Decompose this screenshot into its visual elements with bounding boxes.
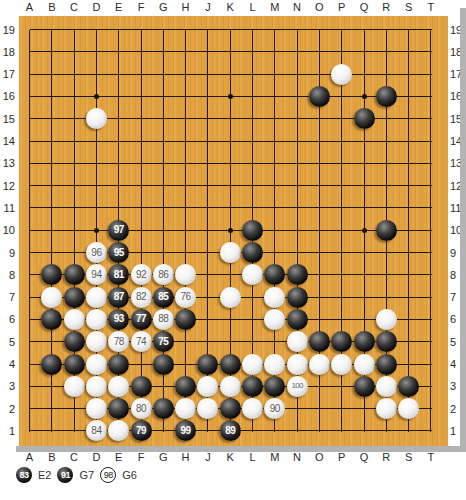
coord-label-row-1: 1 [0, 425, 15, 437]
coord-label-col-J: J [198, 1, 218, 13]
black-stone-E7: 87 [108, 287, 129, 308]
white-stone-N5 [287, 331, 308, 352]
move-number: 93 [114, 314, 124, 324]
coord-label-col-K: K [220, 1, 240, 13]
white-stone-C3 [64, 376, 85, 397]
black-stone-H3 [175, 376, 196, 397]
black-stone-K4 [220, 354, 241, 375]
move-number: 79 [136, 426, 146, 436]
coord-label-row-8: 8 [0, 269, 15, 281]
coord-label-row-5: 5 [0, 336, 15, 348]
footer-move-91-stone: 91 [57, 467, 73, 483]
move-number: 78 [114, 337, 124, 347]
coord-label-row-7: 7 [0, 291, 15, 303]
move-number: 77 [136, 314, 146, 324]
grid-line-vertical [141, 30, 142, 432]
move-number: 84 [91, 426, 101, 436]
black-stone-E6: 93 [108, 309, 129, 330]
white-stone-M7 [264, 287, 285, 308]
move-number: 75 [158, 337, 168, 347]
coord-label-col-J: J [198, 451, 218, 463]
coord-label-col-S: S [399, 1, 419, 13]
grid-line-horizontal [30, 185, 432, 186]
white-stone-C6 [64, 309, 85, 330]
white-stone-P4 [331, 354, 352, 375]
move-number: 100 [291, 382, 302, 390]
black-stone-R5 [376, 331, 397, 352]
coord-label-col-N: N [287, 451, 307, 463]
black-stone-B4 [41, 354, 62, 375]
coord-label-row-12: 12 [0, 180, 15, 192]
go-diagram-window: 9796959481928687828576937788787475100809… [0, 0, 466, 500]
black-stone-L10 [242, 220, 263, 241]
black-stone-E4 [108, 354, 129, 375]
move-number: 94 [91, 270, 101, 280]
coord-label-col-T: T [421, 1, 441, 13]
white-stone-D2 [86, 398, 107, 419]
hoshi-dot-Q10 [362, 228, 367, 233]
white-stone-D4 [86, 354, 107, 375]
white-stone-R2 [376, 398, 397, 419]
white-stone-K7 [220, 287, 241, 308]
coord-label-col-C: C [64, 1, 84, 13]
black-stone-L9 [242, 242, 263, 263]
black-stone-G2 [153, 398, 174, 419]
white-stone-D5 [86, 331, 107, 352]
coord-label-col-P: P [332, 451, 352, 463]
black-stone-R4 [376, 354, 397, 375]
black-stone-G4 [153, 354, 174, 375]
coord-label-col-T: T [421, 451, 441, 463]
move-number: 88 [158, 314, 168, 324]
coord-label-col-E: E [109, 451, 129, 463]
move-number: 92 [136, 270, 146, 280]
coord-label-col-D: D [86, 1, 106, 13]
footer-move-91-point: G7 [79, 469, 94, 481]
move-number: 86 [158, 270, 168, 280]
black-stone-M3 [264, 376, 285, 397]
coord-label-col-B: B [42, 451, 62, 463]
black-stone-C7 [64, 287, 85, 308]
black-stone-R16 [376, 86, 397, 107]
white-stone-F2: 80 [131, 398, 152, 419]
move-number: 89 [225, 426, 235, 436]
coord-label-col-S: S [399, 451, 419, 463]
black-stone-N7 [287, 287, 308, 308]
move-number: 82 [136, 292, 146, 302]
coord-label-col-G: G [153, 451, 173, 463]
white-stone-D15 [86, 108, 107, 129]
white-stone-M4 [264, 354, 285, 375]
white-stone-E3 [108, 376, 129, 397]
move-number: 95 [114, 248, 124, 258]
black-stone-C4 [64, 354, 85, 375]
footer-move-83-point: E2 [38, 469, 51, 481]
white-stone-D3 [86, 376, 107, 397]
grid-line-vertical [430, 30, 431, 432]
hoshi-dot-K10 [228, 228, 233, 233]
coord-label-row-2: 2 [0, 403, 15, 415]
coord-label-row-3: 3 [0, 380, 15, 392]
white-stone-B7 [41, 287, 62, 308]
white-stone-N3: 100 [287, 376, 308, 397]
coord-label-col-L: L [243, 451, 263, 463]
black-stone-O16 [309, 86, 330, 107]
white-stone-L2 [242, 398, 263, 419]
white-stone-F7: 82 [131, 287, 152, 308]
grid-line-vertical [185, 30, 186, 432]
white-stone-L4 [242, 354, 263, 375]
coord-label-row-9: 9 [0, 247, 15, 259]
coord-label-col-A: A [20, 451, 40, 463]
hoshi-dot-Q16 [362, 94, 367, 99]
coord-label-col-H: H [176, 1, 196, 13]
black-stone-N8 [287, 264, 308, 285]
black-stone-R10 [376, 220, 397, 241]
hoshi-dot-D16 [94, 94, 99, 99]
black-stone-C5 [64, 331, 85, 352]
coord-label-col-F: F [131, 451, 151, 463]
grid-line-horizontal [30, 163, 432, 164]
coord-label-col-R: R [376, 451, 396, 463]
white-stone-R3 [376, 376, 397, 397]
black-stone-F3 [131, 376, 152, 397]
black-stone-N6 [287, 309, 308, 330]
coord-label-col-F: F [131, 1, 151, 13]
coord-label-row-17: 17 [0, 68, 15, 80]
white-stone-Q4 [354, 354, 375, 375]
coord-label-col-K: K [220, 451, 240, 463]
coord-label-col-B: B [42, 1, 62, 13]
black-stone-Q5 [354, 331, 375, 352]
coord-label-col-D: D [86, 451, 106, 463]
coord-label-col-Q: Q [354, 1, 374, 13]
coord-label-col-G: G [153, 1, 173, 13]
coord-label-col-O: O [309, 1, 329, 13]
move-number: 81 [114, 270, 124, 280]
coord-label-row-6: 6 [0, 313, 15, 325]
coord-label-col-L: L [243, 1, 263, 13]
black-stone-J4 [197, 354, 218, 375]
coord-label-col-C: C [64, 451, 84, 463]
coord-label-col-N: N [287, 1, 307, 13]
black-stone-E10: 97 [108, 220, 129, 241]
grid-line-vertical [29, 30, 30, 432]
coord-label-row-18: 18 [0, 46, 15, 58]
coord-label-col-H: H [176, 451, 196, 463]
coord-label-col-M: M [265, 1, 285, 13]
move-number: 85 [158, 292, 168, 302]
coord-label-col-O: O [309, 451, 329, 463]
black-stone-C8 [64, 264, 85, 285]
move-number: 87 [114, 292, 124, 302]
white-stone-D7 [86, 287, 107, 308]
footer-move-98-stone: 98 [100, 467, 116, 483]
coord-label-row-15: 15 [0, 113, 15, 125]
grid-line-horizontal [30, 207, 432, 208]
white-stone-O4 [309, 354, 330, 375]
grid-line-horizontal [30, 141, 432, 142]
move-number: 76 [181, 292, 191, 302]
coord-label-row-14: 14 [0, 135, 15, 147]
white-stone-K9 [220, 242, 241, 263]
black-stone-Q15 [354, 108, 375, 129]
coord-label-col-Q: Q [354, 451, 374, 463]
coord-label-row-11: 11 [0, 202, 15, 214]
hoshi-dot-D10 [94, 228, 99, 233]
move-number: 74 [136, 337, 146, 347]
white-stone-D9: 96 [86, 242, 107, 263]
black-stone-K2 [220, 398, 241, 419]
coord-label-col-M: M [265, 451, 285, 463]
move-number: 90 [270, 404, 280, 414]
footer-move-83-stone: 83 [16, 467, 32, 483]
white-stone-R6 [376, 309, 397, 330]
hoshi-dot-K16 [228, 94, 233, 99]
white-stone-F5: 74 [131, 331, 152, 352]
white-stone-H7: 76 [175, 287, 196, 308]
move-number: 99 [181, 426, 191, 436]
white-stone-F8: 92 [131, 264, 152, 285]
grid-line-horizontal [30, 51, 432, 52]
grid-line-horizontal [30, 29, 432, 30]
grid-line-horizontal [30, 74, 432, 75]
move-number: 97 [114, 225, 124, 235]
move-number: 80 [136, 404, 146, 414]
coord-label-col-A: A [20, 1, 40, 13]
move-number: 96 [91, 248, 101, 258]
black-stone-S3 [398, 376, 419, 397]
white-stone-G6: 88 [153, 309, 174, 330]
white-stone-D6 [86, 309, 107, 330]
black-stone-G7: 85 [153, 287, 174, 308]
black-stone-O5 [309, 331, 330, 352]
coord-label-row-13: 13 [0, 157, 15, 169]
white-stone-K3 [220, 376, 241, 397]
black-stone-K1: 89 [220, 420, 241, 441]
footer-caption: 83 E2 91 G7 98 G6 [16, 466, 137, 484]
black-stone-F1: 79 [131, 420, 152, 441]
black-stone-G5: 75 [153, 331, 174, 352]
coord-label-col-P: P [332, 1, 352, 13]
white-stone-N4 [287, 354, 308, 375]
black-stone-H6 [175, 309, 196, 330]
coord-label-col-R: R [376, 1, 396, 13]
footer-move-98-point: G6 [122, 469, 137, 481]
board-shadow-right [460, 8, 466, 452]
white-stone-P17 [331, 64, 352, 85]
black-stone-L3 [242, 376, 263, 397]
board-shadow-bottom [16, 446, 466, 452]
white-stone-G8: 86 [153, 264, 174, 285]
black-stone-Q3 [354, 376, 375, 397]
coord-label-row-19: 19 [0, 24, 15, 36]
coord-label-row-16: 16 [0, 90, 15, 102]
grid-line-vertical [408, 30, 409, 432]
coord-label-row-4: 4 [0, 358, 15, 370]
black-stone-F6: 77 [131, 309, 152, 330]
coord-label-col-E: E [109, 1, 129, 13]
coord-label-row-10: 10 [0, 224, 15, 236]
